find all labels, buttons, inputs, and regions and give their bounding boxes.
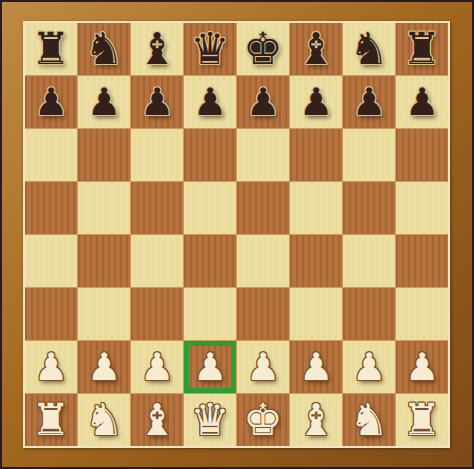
square-h5[interactable] [396, 182, 448, 234]
square-b4[interactable] [78, 235, 130, 287]
white-pawn: ♟ [405, 341, 439, 393]
square-a6[interactable] [25, 129, 77, 181]
white-rook: ♜ [31, 394, 70, 446]
black-bishop: ♝ [137, 23, 176, 75]
square-d2[interactable]: ♟ [184, 341, 236, 393]
square-g8[interactable]: ♞ [343, 23, 395, 75]
square-a4[interactable] [25, 235, 77, 287]
square-a7[interactable]: ♟ [25, 76, 77, 128]
black-pawn: ♟ [405, 76, 439, 128]
square-e5[interactable] [237, 182, 289, 234]
square-f7[interactable]: ♟ [290, 76, 342, 128]
square-c7[interactable]: ♟ [131, 76, 183, 128]
square-b5[interactable] [78, 182, 130, 234]
white-pawn: ♟ [140, 341, 174, 393]
square-f2[interactable]: ♟ [290, 341, 342, 393]
square-e2[interactable]: ♟ [237, 341, 289, 393]
square-h4[interactable] [396, 235, 448, 287]
white-pawn: ♟ [87, 341, 121, 393]
square-e7[interactable]: ♟ [237, 76, 289, 128]
square-b6[interactable] [78, 129, 130, 181]
square-b1[interactable]: ♞ [78, 394, 130, 446]
square-g3[interactable] [343, 288, 395, 340]
square-a5[interactable] [25, 182, 77, 234]
white-bishop: ♝ [296, 394, 335, 446]
square-d4[interactable] [184, 235, 236, 287]
white-queen: ♛ [190, 394, 229, 446]
square-h1[interactable]: ♜ [396, 394, 448, 446]
white-pawn: ♟ [246, 341, 280, 393]
white-pawn: ♟ [352, 341, 386, 393]
square-f1[interactable]: ♝ [290, 394, 342, 446]
square-a3[interactable] [25, 288, 77, 340]
square-h6[interactable] [396, 129, 448, 181]
square-c1[interactable]: ♝ [131, 394, 183, 446]
white-pawn: ♟ [34, 341, 68, 393]
square-f6[interactable] [290, 129, 342, 181]
square-b8[interactable]: ♞ [78, 23, 130, 75]
square-h7[interactable]: ♟ [396, 76, 448, 128]
square-a8[interactable]: ♜ [25, 23, 77, 75]
square-c6[interactable] [131, 129, 183, 181]
black-pawn: ♟ [193, 76, 227, 128]
square-d7[interactable]: ♟ [184, 76, 236, 128]
square-g5[interactable] [343, 182, 395, 234]
square-d5[interactable] [184, 182, 236, 234]
square-a2[interactable]: ♟ [25, 341, 77, 393]
black-queen: ♛ [190, 23, 229, 75]
square-c8[interactable]: ♝ [131, 23, 183, 75]
white-knight: ♞ [84, 394, 123, 446]
black-pawn: ♟ [87, 76, 121, 128]
square-a1[interactable]: ♜ [25, 394, 77, 446]
black-rook: ♜ [402, 23, 441, 75]
square-g2[interactable]: ♟ [343, 341, 395, 393]
black-king: ♚ [243, 23, 282, 75]
black-bishop: ♝ [296, 23, 335, 75]
square-e8[interactable]: ♚ [237, 23, 289, 75]
square-d1[interactable]: ♛ [184, 394, 236, 446]
board-frame: ♜♞♝♛♚♝♞♜♟♟♟♟♟♟♟♟♟♟♟♟♟♟♟♟♜♞♝♛♚♝♞♜ [0, 0, 474, 469]
black-knight: ♞ [349, 23, 388, 75]
square-c2[interactable]: ♟ [131, 341, 183, 393]
square-g4[interactable] [343, 235, 395, 287]
black-pawn: ♟ [352, 76, 386, 128]
square-d3[interactable] [184, 288, 236, 340]
black-pawn: ♟ [140, 76, 174, 128]
white-king: ♚ [243, 394, 282, 446]
square-d8[interactable]: ♛ [184, 23, 236, 75]
square-b2[interactable]: ♟ [78, 341, 130, 393]
square-f5[interactable] [290, 182, 342, 234]
chess-board: ♜♞♝♛♚♝♞♜♟♟♟♟♟♟♟♟♟♟♟♟♟♟♟♟♜♞♝♛♚♝♞♜ [25, 23, 448, 446]
square-e1[interactable]: ♚ [237, 394, 289, 446]
white-pawn: ♟ [299, 341, 333, 393]
square-c4[interactable] [131, 235, 183, 287]
square-b3[interactable] [78, 288, 130, 340]
white-rook: ♜ [402, 394, 441, 446]
square-e4[interactable] [237, 235, 289, 287]
square-c5[interactable] [131, 182, 183, 234]
chess-app: ♜♞♝♛♚♝♞♜♟♟♟♟♟♟♟♟♟♟♟♟♟♟♟♟♜♞♝♛♚♝♞♜ [0, 0, 474, 469]
square-g6[interactable] [343, 129, 395, 181]
square-b7[interactable]: ♟ [78, 76, 130, 128]
black-pawn: ♟ [299, 76, 333, 128]
square-e6[interactable] [237, 129, 289, 181]
black-pawn: ♟ [34, 76, 68, 128]
square-g7[interactable]: ♟ [343, 76, 395, 128]
square-h2[interactable]: ♟ [396, 341, 448, 393]
square-e3[interactable] [237, 288, 289, 340]
black-knight: ♞ [84, 23, 123, 75]
black-rook: ♜ [31, 23, 70, 75]
square-h8[interactable]: ♜ [396, 23, 448, 75]
square-d6[interactable] [184, 129, 236, 181]
white-pawn: ♟ [193, 341, 227, 393]
board-inner-edge: ♜♞♝♛♚♝♞♜♟♟♟♟♟♟♟♟♟♟♟♟♟♟♟♟♜♞♝♛♚♝♞♜ [23, 21, 450, 448]
square-h3[interactable] [396, 288, 448, 340]
square-f3[interactable] [290, 288, 342, 340]
white-knight: ♞ [349, 394, 388, 446]
white-bishop: ♝ [137, 394, 176, 446]
square-c3[interactable] [131, 288, 183, 340]
square-g1[interactable]: ♞ [343, 394, 395, 446]
square-f4[interactable] [290, 235, 342, 287]
square-f8[interactable]: ♝ [290, 23, 342, 75]
black-pawn: ♟ [246, 76, 280, 128]
